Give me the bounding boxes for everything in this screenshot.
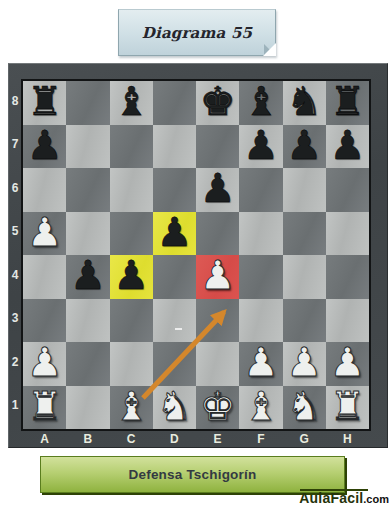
- black-pawn-h7: ♟: [329, 125, 365, 165]
- square-e1: ♚: [196, 386, 239, 430]
- square-h7: ♟: [326, 125, 369, 169]
- square-f4: [239, 255, 282, 299]
- square-d8: [153, 81, 196, 125]
- chess-board-frame: 87654321 ♜♝♚♝♞♜♟♟♟♟♟♟♟♟♟♟♟♟♟♟♜♝♞♚♝♞♜ ABC…: [8, 63, 388, 448]
- black-pawn-a7: ♟: [27, 125, 63, 165]
- white-knight-g1: ♞: [286, 386, 322, 426]
- square-b1: [66, 386, 109, 430]
- header-note: Diagrama 55: [118, 9, 276, 56]
- black-king-e8: ♚: [200, 81, 236, 121]
- file-label-a: A: [23, 431, 66, 447]
- rank-label-2: 2: [9, 340, 21, 384]
- square-f8: ♝: [239, 81, 282, 125]
- rank-labels: 87654321: [9, 79, 21, 427]
- black-pawn-f7: ♟: [243, 125, 279, 165]
- square-a7: ♟: [23, 125, 66, 169]
- square-a6: [23, 168, 66, 212]
- square-d2: [153, 342, 196, 386]
- square-a8: ♜: [23, 81, 66, 125]
- white-bishop-f1: ♝: [243, 386, 279, 426]
- black-pawn-b4: ♟: [70, 255, 106, 295]
- file-label-d: D: [153, 431, 196, 447]
- black-pawn-d5: ♟: [156, 212, 192, 252]
- chess-board: ♜♝♚♝♞♜♟♟♟♟♟♟♟♟♟♟♟♟♟♟♜♝♞♚♝♞♜: [21, 79, 371, 431]
- square-c1: ♝: [110, 386, 153, 430]
- rank-label-8: 8: [9, 79, 21, 123]
- square-f7: ♟: [239, 125, 282, 169]
- square-b6: [66, 168, 109, 212]
- black-pawn-c4: ♟: [113, 255, 149, 295]
- white-pawn-e4: ♟: [200, 255, 236, 295]
- square-b4: ♟: [66, 255, 109, 299]
- white-pawn-a2: ♟: [27, 342, 63, 382]
- square-g8: ♞: [283, 81, 326, 125]
- square-g5: [283, 212, 326, 256]
- square-c6: [110, 168, 153, 212]
- file-label-c: C: [110, 431, 153, 447]
- square-d5: ♟: [153, 212, 196, 256]
- square-e4: ♟: [196, 255, 239, 299]
- square-d4: [153, 255, 196, 299]
- black-rook-h8: ♜: [329, 81, 365, 121]
- square-e5: [196, 212, 239, 256]
- rank-label-5: 5: [9, 210, 21, 254]
- black-bishop-c8: ♝: [113, 81, 149, 121]
- square-e7: [196, 125, 239, 169]
- note-fold-cut: [263, 43, 276, 56]
- black-knight-g8: ♞: [286, 81, 322, 121]
- square-d7: [153, 125, 196, 169]
- square-a2: ♟: [23, 342, 66, 386]
- rank-label-6: 6: [9, 166, 21, 210]
- caption-text: Defensa Tschigorín: [129, 467, 257, 482]
- file-label-f: F: [239, 431, 282, 447]
- square-f1: ♝: [239, 386, 282, 430]
- square-g3: [283, 299, 326, 343]
- square-c7: [110, 125, 153, 169]
- square-a1: ♜: [23, 386, 66, 430]
- square-h8: ♜: [326, 81, 369, 125]
- rank-label-1: 1: [9, 384, 21, 428]
- file-label-g: G: [283, 431, 326, 447]
- board-scratch-mark: [175, 328, 182, 330]
- white-bishop-c1: ♝: [113, 386, 149, 426]
- square-f6: [239, 168, 282, 212]
- square-f3: [239, 299, 282, 343]
- square-g2: ♟: [283, 342, 326, 386]
- file-label-e: E: [196, 431, 239, 447]
- site-logo-tld: .com: [363, 493, 389, 505]
- square-b5: [66, 212, 109, 256]
- square-g4: [283, 255, 326, 299]
- white-king-e1: ♚: [200, 386, 236, 426]
- board-grid: ♜♝♚♝♞♜♟♟♟♟♟♟♟♟♟♟♟♟♟♟♜♝♞♚♝♞♜: [23, 81, 369, 429]
- square-e3: [196, 299, 239, 343]
- white-rook-h1: ♜: [329, 386, 365, 426]
- square-b2: [66, 342, 109, 386]
- square-g7: ♟: [283, 125, 326, 169]
- square-a4: [23, 255, 66, 299]
- square-h6: [326, 168, 369, 212]
- file-label-b: B: [66, 431, 109, 447]
- square-g6: [283, 168, 326, 212]
- square-c5: [110, 212, 153, 256]
- square-c3: [110, 299, 153, 343]
- square-b3: [66, 299, 109, 343]
- white-knight-d1: ♞: [156, 386, 192, 426]
- white-pawn-g2: ♟: [286, 342, 322, 382]
- rank-label-4: 4: [9, 253, 21, 297]
- square-c4: ♟: [110, 255, 153, 299]
- square-c8: ♝: [110, 81, 153, 125]
- square-d1: ♞: [153, 386, 196, 430]
- square-h2: ♟: [326, 342, 369, 386]
- diagram-page: Diagrama 55 87654321 ♜♝♚♝♞♜♟♟♟♟♟♟♟♟♟♟♟♟♟…: [0, 0, 392, 507]
- rank-label-3: 3: [9, 297, 21, 341]
- black-bishop-f8: ♝: [243, 81, 279, 121]
- square-g1: ♞: [283, 386, 326, 430]
- file-label-h: H: [326, 431, 369, 447]
- square-a5: ♟: [23, 212, 66, 256]
- white-pawn-f2: ♟: [243, 342, 279, 382]
- black-rook-a8: ♜: [27, 81, 63, 121]
- square-f5: [239, 212, 282, 256]
- square-h3: [326, 299, 369, 343]
- square-b7: [66, 125, 109, 169]
- caption-banner: Defensa Tschigorín: [40, 456, 345, 493]
- white-rook-a1: ♜: [27, 386, 63, 426]
- black-pawn-g7: ♟: [286, 125, 322, 165]
- square-h4: [326, 255, 369, 299]
- square-f2: ♟: [239, 342, 282, 386]
- square-h5: [326, 212, 369, 256]
- square-e8: ♚: [196, 81, 239, 125]
- square-c2: [110, 342, 153, 386]
- rank-label-7: 7: [9, 123, 21, 167]
- square-h1: ♜: [326, 386, 369, 430]
- white-pawn-h2: ♟: [329, 342, 365, 382]
- diagram-title: Diagrama 55: [142, 24, 252, 42]
- site-logo[interactable]: AulaFacil.com: [299, 489, 389, 507]
- square-d3: [153, 299, 196, 343]
- square-d6: [153, 168, 196, 212]
- square-e6: ♟: [196, 168, 239, 212]
- file-labels: ABCDEFGH: [23, 431, 369, 447]
- site-logo-name: AulaFacil: [299, 490, 363, 506]
- square-e2: [196, 342, 239, 386]
- black-pawn-e6: ♟: [200, 168, 236, 208]
- square-a3: [23, 299, 66, 343]
- square-b8: [66, 81, 109, 125]
- white-pawn-a5: ♟: [27, 212, 63, 252]
